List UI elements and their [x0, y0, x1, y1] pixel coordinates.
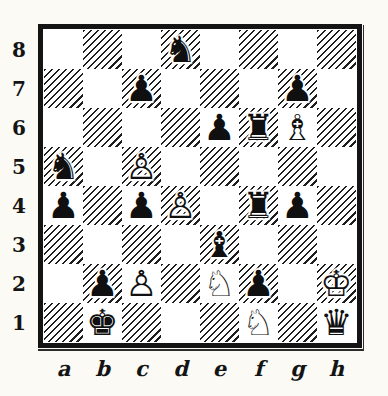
square-c7: ♟ [122, 69, 161, 108]
square-c3 [122, 225, 161, 264]
square-h4 [317, 186, 356, 225]
rank-label-8: 8 [8, 30, 30, 69]
rank-label-6: 6 [8, 108, 30, 147]
square-h6 [317, 108, 356, 147]
square-a3 [44, 225, 83, 264]
square-d1 [161, 303, 200, 342]
square-d8: ♞ [161, 30, 200, 69]
square-f5 [239, 147, 278, 186]
square-g3 [278, 225, 317, 264]
square-f1: ♘ [239, 303, 278, 342]
square-b5 [83, 147, 122, 186]
square-c2: ♙ [122, 264, 161, 303]
piece-black-rook-f6: ♜ [242, 108, 274, 147]
square-b8 [83, 30, 122, 69]
square-f3 [239, 225, 278, 264]
square-e5 [200, 147, 239, 186]
square-h5 [317, 147, 356, 186]
square-b3 [83, 225, 122, 264]
square-c1 [122, 303, 161, 342]
piece-black-pawn-g4: ♟ [281, 186, 313, 225]
square-e7 [200, 69, 239, 108]
piece-black-knight-a5: ♞ [47, 147, 79, 186]
square-b2: ♟ [83, 264, 122, 303]
square-c8 [122, 30, 161, 69]
square-g5 [278, 147, 317, 186]
square-g1 [278, 303, 317, 342]
square-h1: ♛ [317, 303, 356, 342]
file-labels: abcdefgh [44, 353, 356, 383]
rank-label-4: 4 [8, 186, 30, 225]
square-a1 [44, 303, 83, 342]
square-g7: ♟ [278, 69, 317, 108]
rank-label-2: 2 [8, 264, 30, 303]
square-d3 [161, 225, 200, 264]
square-h2: ♔ [317, 264, 356, 303]
square-e1 [200, 303, 239, 342]
square-b7 [83, 69, 122, 108]
square-a5: ♞ [44, 147, 83, 186]
square-d2 [161, 264, 200, 303]
board-frame: ♞♟♟♟♜♗♞♙♟♟♙♜♟♝♟♙♘♟♔♚♘♛ [38, 24, 362, 348]
file-label-d: d [161, 353, 200, 383]
chess-diagram: 87654321 ♞♟♟♟♜♗♞♙♟♟♙♜♟♝♟♙♘♟♔♚♘♛ abcdefgh [0, 0, 388, 396]
square-d6 [161, 108, 200, 147]
piece-black-knight-d8: ♞ [164, 30, 196, 69]
file-label-b: b [83, 353, 122, 383]
piece-black-rook-f4: ♜ [242, 186, 274, 225]
square-c6 [122, 108, 161, 147]
file-label-c: c [122, 353, 161, 383]
piece-black-pawn-c4: ♟ [125, 186, 157, 225]
square-a6 [44, 108, 83, 147]
square-d4: ♙ [161, 186, 200, 225]
piece-black-pawn-f2: ♟ [242, 264, 274, 303]
square-h7 [317, 69, 356, 108]
piece-black-pawn-b2: ♟ [86, 264, 118, 303]
square-b6 [83, 108, 122, 147]
square-g6: ♗ [278, 108, 317, 147]
square-a8 [44, 30, 83, 69]
square-g2 [278, 264, 317, 303]
piece-white-knight-e2: ♘ [203, 264, 235, 303]
piece-black-king-b1: ♚ [86, 303, 118, 342]
square-g4: ♟ [278, 186, 317, 225]
square-a2 [44, 264, 83, 303]
piece-white-pawn-c5: ♙ [125, 147, 157, 186]
piece-white-pawn-c2: ♙ [125, 264, 157, 303]
piece-black-pawn-a4: ♟ [47, 186, 79, 225]
square-f2: ♟ [239, 264, 278, 303]
square-g8 [278, 30, 317, 69]
rank-label-3: 3 [8, 225, 30, 264]
rank-label-1: 1 [8, 303, 30, 342]
piece-white-knight-f1: ♘ [242, 303, 274, 342]
rank-labels: 87654321 [8, 30, 30, 342]
square-e8 [200, 30, 239, 69]
file-label-a: a [44, 353, 83, 383]
piece-black-pawn-e6: ♟ [203, 108, 235, 147]
board: ♞♟♟♟♜♗♞♙♟♟♙♜♟♝♟♙♘♟♔♚♘♛ [44, 30, 356, 342]
square-h3 [317, 225, 356, 264]
square-d5 [161, 147, 200, 186]
square-e4 [200, 186, 239, 225]
file-label-h: h [317, 353, 356, 383]
file-label-f: f [239, 353, 278, 383]
rank-label-5: 5 [8, 147, 30, 186]
square-e6: ♟ [200, 108, 239, 147]
square-c5: ♙ [122, 147, 161, 186]
square-f4: ♜ [239, 186, 278, 225]
file-label-g: g [278, 353, 317, 383]
piece-white-pawn-d4: ♙ [164, 186, 196, 225]
square-c4: ♟ [122, 186, 161, 225]
square-f8 [239, 30, 278, 69]
square-a7 [44, 69, 83, 108]
piece-black-bishop-e3: ♝ [203, 225, 235, 264]
square-b1: ♚ [83, 303, 122, 342]
square-f7 [239, 69, 278, 108]
rank-label-7: 7 [8, 69, 30, 108]
piece-black-pawn-c7: ♟ [125, 69, 157, 108]
piece-black-pawn-g7: ♟ [281, 69, 313, 108]
square-b4 [83, 186, 122, 225]
square-f6: ♜ [239, 108, 278, 147]
square-e2: ♘ [200, 264, 239, 303]
square-d7 [161, 69, 200, 108]
square-h8 [317, 30, 356, 69]
file-label-e: e [200, 353, 239, 383]
square-a4: ♟ [44, 186, 83, 225]
piece-white-bishop-g6: ♗ [281, 108, 313, 147]
piece-black-queen-h1: ♛ [320, 303, 352, 342]
piece-white-king-h2: ♔ [320, 264, 352, 303]
square-e3: ♝ [200, 225, 239, 264]
